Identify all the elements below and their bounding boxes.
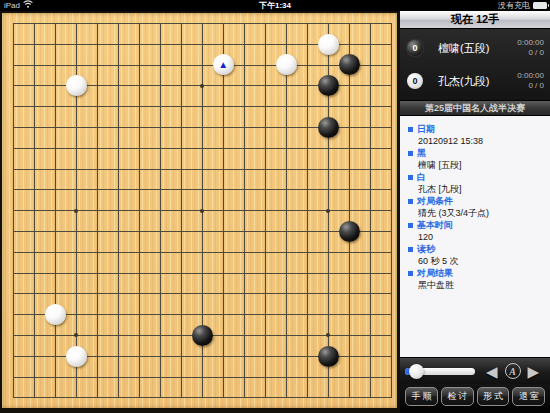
- black-stone: [318, 117, 339, 138]
- white-stone: ▲: [213, 54, 234, 75]
- last-move-triangle-marker: ▲: [213, 54, 234, 75]
- auto-play-button[interactable]: A: [505, 363, 521, 379]
- detail-label: 基本时间: [408, 219, 542, 231]
- bullet-square-icon: [408, 199, 413, 204]
- white-stone: [66, 75, 87, 96]
- form-button[interactable]: 形式: [477, 387, 510, 406]
- detail-label: 黑: [408, 147, 542, 159]
- clock-time: 下午1:34: [0, 0, 550, 11]
- move-slider[interactable]: [405, 368, 475, 375]
- board-panel: ▲: [0, 11, 400, 413]
- detail-value: 黑中盘胜: [408, 279, 542, 291]
- black-player-name: 檀啸(五段): [438, 41, 517, 56]
- detail-label: 白: [408, 171, 542, 183]
- white-stone: [45, 304, 66, 325]
- star-point: [74, 209, 78, 213]
- black-stone: [318, 346, 339, 367]
- star-point: [200, 209, 204, 213]
- bottom-button-row: 手顺检讨形式退室: [400, 384, 550, 413]
- move-order-button[interactable]: 手顺: [405, 387, 438, 406]
- detail-label: 读秒: [408, 243, 542, 255]
- black-capture-badge: 0: [407, 40, 423, 56]
- players-panel: 0 檀啸(五段) 0:00:00 0 / 0 0 孔杰(九段) 0:00:00 …: [400, 29, 550, 100]
- exit-room-button[interactable]: 退室: [512, 387, 545, 406]
- detail-value: 60 秒 5 次: [408, 255, 542, 267]
- detail-value: 120: [408, 231, 542, 243]
- star-point: [326, 209, 330, 213]
- player-row-black: 0 檀啸(五段) 0:00:00 0 / 0: [400, 34, 550, 62]
- event-title-bar: 第25届中国名人战半决赛: [400, 100, 550, 116]
- move-counter-header: 现在 12手: [400, 11, 550, 29]
- detail-value: 猜先 (3又3/4子点): [408, 207, 542, 219]
- detail-label: 对局结果: [408, 267, 542, 279]
- detail-value: 孔杰 [九段]: [408, 183, 542, 195]
- bullet-square-icon: [408, 247, 413, 252]
- previous-move-button[interactable]: ◀: [486, 364, 498, 379]
- navigation-bar: ◀ A ▶: [400, 357, 550, 384]
- sidebar: 现在 12手 0 檀啸(五段) 0:00:00 0 / 0 0 孔杰(九段) 0…: [400, 11, 550, 413]
- bullet-square-icon: [408, 223, 413, 228]
- app-screen: 下午1:34 iPad 没有充电 ▲ 现在 12手 0 檀啸(五段) 0:00:…: [0, 0, 550, 413]
- game-info-panel: 日期20120912 15:38黑檀啸 [五段]白孔杰 [九段]对局条件猜先 (…: [400, 116, 550, 357]
- player-row-white: 0 孔杰(九段) 0:00:00 0 / 0: [400, 67, 550, 95]
- wifi-icon: [23, 0, 33, 11]
- carrier-label: iPad: [4, 0, 20, 11]
- black-stone: [339, 221, 360, 242]
- bullet-square-icon: [408, 127, 413, 132]
- white-capture-badge: 0: [407, 73, 423, 89]
- white-stone: [318, 34, 339, 55]
- black-player-clock: 0:00:00 0 / 0: [517, 38, 544, 59]
- bullet-square-icon: [408, 271, 413, 276]
- status-bar: 下午1:34 iPad 没有充电: [0, 0, 550, 11]
- detail-label: 对局条件: [408, 195, 542, 207]
- battery-label: 没有充电: [498, 0, 530, 11]
- white-player-name: 孔杰(九段): [438, 74, 517, 89]
- detail-value: 檀啸 [五段]: [408, 159, 542, 171]
- go-board[interactable]: ▲: [2, 13, 397, 408]
- battery-icon: [533, 2, 547, 9]
- bullet-square-icon: [408, 151, 413, 156]
- slider-thumb[interactable]: [409, 364, 424, 379]
- detail-label: 日期: [408, 123, 542, 135]
- review-button[interactable]: 检讨: [441, 387, 474, 406]
- white-player-clock: 0:00:00 0 / 0: [517, 71, 544, 92]
- black-stone: [192, 325, 213, 346]
- bullet-square-icon: [408, 175, 413, 180]
- black-stone: [318, 75, 339, 96]
- next-move-button[interactable]: ▶: [528, 364, 540, 379]
- white-stone: [66, 346, 87, 367]
- detail-value: 20120912 15:38: [408, 135, 542, 147]
